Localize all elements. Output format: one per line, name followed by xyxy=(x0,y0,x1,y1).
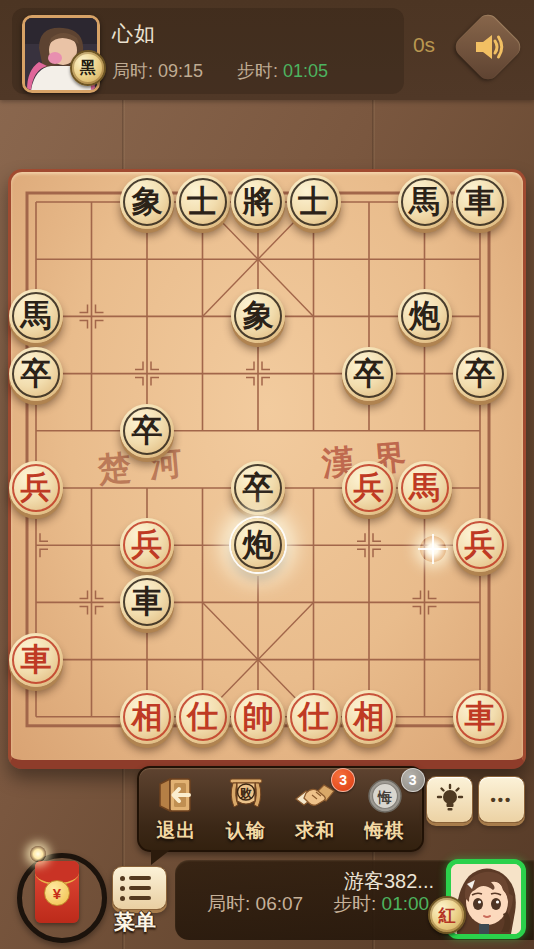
exit-door-icon xyxy=(155,775,197,817)
exit-button[interactable]: 退出 xyxy=(144,775,208,844)
piece-black-馬[interactable]: 馬 xyxy=(9,289,63,343)
move-time-value: 01:00 xyxy=(382,893,430,914)
envelope-glow-light xyxy=(30,846,46,862)
undo-label: 悔棋 xyxy=(353,818,417,844)
move-time-value: 01:05 xyxy=(283,61,328,81)
lightbulb-icon xyxy=(433,783,467,817)
piece-black-炮[interactable]: 炮 xyxy=(398,289,452,343)
draw-button[interactable]: 3 求和 xyxy=(283,775,347,844)
piece-black-卒[interactable]: 卒 xyxy=(453,347,507,401)
ellipsis-icon: ••• xyxy=(491,791,513,808)
piece-black-象[interactable]: 象 xyxy=(231,289,285,343)
piece-red-兵[interactable]: 兵 xyxy=(9,461,63,515)
menu-button[interactable] xyxy=(112,866,167,910)
opponent-name: 心如 xyxy=(112,20,156,48)
game-time-value: 09:15 xyxy=(158,61,203,81)
piece-red-車[interactable]: 車 xyxy=(9,633,63,687)
piece-black-士[interactable]: 士 xyxy=(176,175,230,229)
piece-black-卒[interactable]: 卒 xyxy=(9,347,63,401)
opponent-move-time: 步时: 01:05 xyxy=(237,59,328,83)
handshake-icon xyxy=(294,775,336,817)
resign-label: 认输 xyxy=(214,818,278,844)
speaker-icon xyxy=(468,27,508,67)
undo-button[interactable]: 悔 3 悔棋 xyxy=(353,775,417,844)
piece-black-卒[interactable]: 卒 xyxy=(342,347,396,401)
my-player-name: 游客382... xyxy=(344,868,434,895)
black-side-badge-text: 黑 xyxy=(80,58,96,79)
red-side-badge: 紅 xyxy=(428,896,466,934)
my-game-time: 局时: 06:07 xyxy=(207,891,303,917)
xiangqi-board[interactable]: 楚河 漢界 象士將士馬車馬象炮卒卒卒卒兵卒兵馬兵炮兵車車相仕帥仕相車 xyxy=(8,169,526,769)
yuan-coin-icon: ¥ xyxy=(44,880,70,906)
piece-black-將[interactable]: 將 xyxy=(231,175,285,229)
xiangqi-app: 黑 心如 局时: 09:15 步时: 01:05 0s 楚河 漢界 象士將士馬車… xyxy=(0,0,534,949)
piece-red-車[interactable]: 車 xyxy=(453,690,507,744)
sound-button[interactable] xyxy=(451,10,525,84)
piece-black-象[interactable]: 象 xyxy=(120,175,174,229)
menu-list-icon xyxy=(120,876,166,881)
piece-black-卒[interactable]: 卒 xyxy=(120,404,174,458)
undo-coin-icon: 悔 xyxy=(364,775,406,817)
piece-black-車[interactable]: 車 xyxy=(120,575,174,629)
piece-red-仕[interactable]: 仕 xyxy=(176,690,230,744)
piece-black-士[interactable]: 士 xyxy=(287,175,341,229)
piece-red-兵[interactable]: 兵 xyxy=(120,518,174,572)
piece-red-馬[interactable]: 馬 xyxy=(398,461,452,515)
countdown-timer: 0s xyxy=(404,33,444,57)
piece-black-馬[interactable]: 馬 xyxy=(398,175,452,229)
game-time-label: 局时: xyxy=(112,61,153,81)
resign-icon-char: 败 xyxy=(239,786,252,800)
piece-red-兵[interactable]: 兵 xyxy=(342,461,396,515)
surrender-banner-icon: 败 xyxy=(225,775,267,817)
hint-button[interactable] xyxy=(426,776,473,823)
piece-red-相[interactable]: 相 xyxy=(342,690,396,744)
opponent-game-time: 局时: 09:15 xyxy=(112,59,203,83)
piece-red-兵[interactable]: 兵 xyxy=(453,518,507,572)
menu-label: 菜单 xyxy=(102,908,168,936)
red-side-badge-text: 紅 xyxy=(439,904,456,927)
game-time-value: 06:07 xyxy=(256,893,304,914)
move-time-label: 步时: xyxy=(237,61,278,81)
move-time-label: 步时: xyxy=(333,893,376,914)
draw-badge: 3 xyxy=(331,768,355,792)
piece-black-卒[interactable]: 卒 xyxy=(231,461,285,515)
resign-button[interactable]: 败 认输 xyxy=(214,775,278,844)
undo-icon-char: 悔 xyxy=(377,789,392,805)
piece-black-車[interactable]: 車 xyxy=(453,175,507,229)
draw-label: 求和 xyxy=(283,818,347,844)
piece-red-相[interactable]: 相 xyxy=(120,690,174,744)
piece-red-仕[interactable]: 仕 xyxy=(287,690,341,744)
red-envelope-icon: ¥ xyxy=(35,861,79,923)
piece-black-炮[interactable]: 炮 xyxy=(231,518,285,572)
undo-badge: 3 xyxy=(401,768,425,792)
exit-label: 退出 xyxy=(144,818,208,844)
action-toolbar: 退出 败 认输 xyxy=(137,766,424,852)
more-button[interactable]: ••• xyxy=(478,776,525,823)
top-bar: 黑 心如 局时: 09:15 步时: 01:05 0s xyxy=(0,0,534,100)
black-side-badge: 黑 xyxy=(70,50,106,86)
piece-red-帥[interactable]: 帥 xyxy=(231,690,285,744)
game-time-label: 局时: xyxy=(207,893,250,914)
last-move-origin-marker xyxy=(420,536,446,562)
